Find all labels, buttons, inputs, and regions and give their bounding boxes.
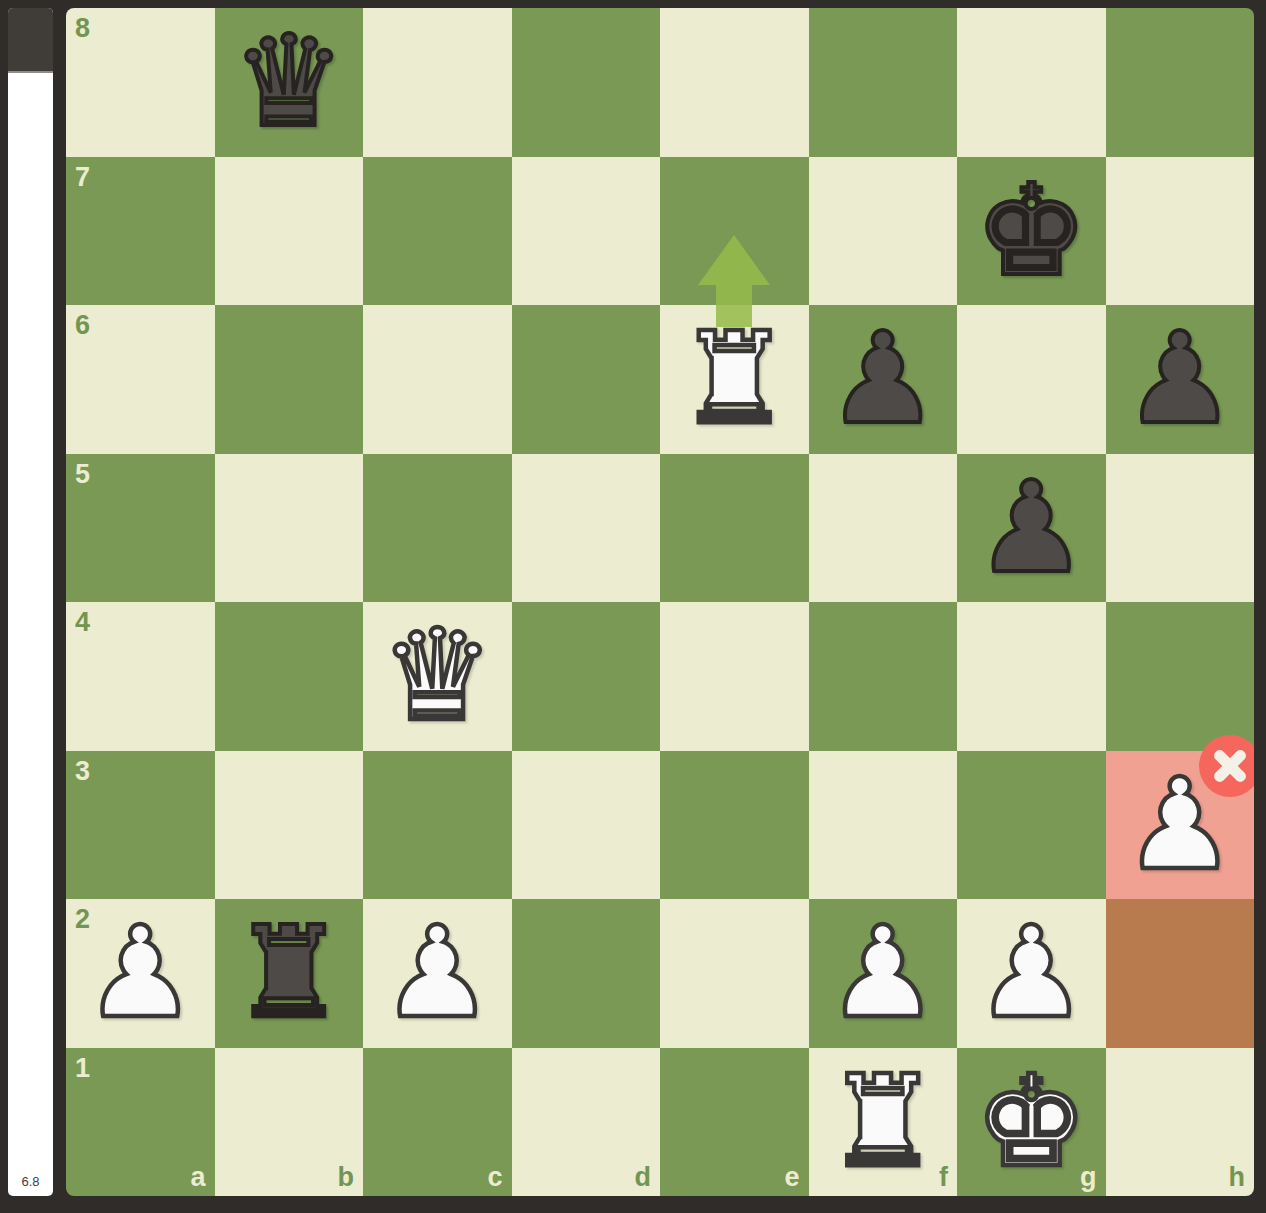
black-king[interactable]: ♚: [957, 157, 1106, 306]
file-coord-g: g: [1080, 1164, 1097, 1191]
square-f6[interactable]: ♟: [809, 305, 958, 454]
white-pawn[interactable]: ♟: [809, 899, 958, 1048]
square-d1[interactable]: d: [512, 1048, 661, 1197]
square-h6[interactable]: ♟: [1106, 305, 1255, 454]
square-f2[interactable]: ♟: [809, 899, 958, 1048]
square-f3[interactable]: [809, 751, 958, 900]
file-coord-a: a: [190, 1164, 205, 1191]
square-g2[interactable]: ♟: [957, 899, 1106, 1048]
rank-coord-7: 7: [75, 164, 90, 191]
black-pawn[interactable]: ♟: [957, 454, 1106, 603]
square-e2[interactable]: [660, 899, 809, 1048]
square-h1[interactable]: h: [1106, 1048, 1255, 1197]
square-b3[interactable]: [215, 751, 364, 900]
square-h4[interactable]: [1106, 602, 1255, 751]
square-d6[interactable]: [512, 305, 661, 454]
eval-black-section: [8, 8, 53, 73]
square-c2[interactable]: ♟: [363, 899, 512, 1048]
square-g1[interactable]: g♚: [957, 1048, 1106, 1197]
white-rook[interactable]: ♜: [809, 1048, 958, 1197]
square-e6[interactable]: ♜: [660, 305, 809, 454]
square-a5[interactable]: 5: [66, 454, 215, 603]
square-c7[interactable]: [363, 157, 512, 306]
square-d8[interactable]: [512, 8, 661, 157]
rank-coord-3: 3: [75, 758, 90, 785]
white-rook[interactable]: ♜: [660, 305, 809, 454]
file-coord-h: h: [1229, 1164, 1246, 1191]
white-pawn[interactable]: ♟: [957, 899, 1106, 1048]
square-f4[interactable]: [809, 602, 958, 751]
square-e4[interactable]: [660, 602, 809, 751]
black-pawn[interactable]: ♟: [809, 305, 958, 454]
square-g6[interactable]: [957, 305, 1106, 454]
black-rook[interactable]: ♜: [215, 899, 364, 1048]
square-g8[interactable]: [957, 8, 1106, 157]
square-b8[interactable]: ♛: [215, 8, 364, 157]
file-coord-c: c: [487, 1164, 502, 1191]
white-queen[interactable]: ♛: [363, 602, 512, 751]
square-g5[interactable]: ♟: [957, 454, 1106, 603]
square-a3[interactable]: 3: [66, 751, 215, 900]
rank-coord-6: 6: [75, 312, 90, 339]
square-d3[interactable]: [512, 751, 661, 900]
square-a4[interactable]: 4: [66, 602, 215, 751]
square-g3[interactable]: [957, 751, 1106, 900]
file-coord-f: f: [939, 1164, 948, 1191]
file-coord-d: d: [635, 1164, 652, 1191]
square-h5[interactable]: [1106, 454, 1255, 603]
square-b7[interactable]: [215, 157, 364, 306]
square-f5[interactable]: [809, 454, 958, 603]
square-b6[interactable]: [215, 305, 364, 454]
square-f1[interactable]: f♜: [809, 1048, 958, 1197]
square-b1[interactable]: b: [215, 1048, 364, 1197]
black-queen[interactable]: ♛: [215, 8, 364, 157]
rank-coord-5: 5: [75, 461, 90, 488]
square-c8[interactable]: [363, 8, 512, 157]
square-g7[interactable]: ♚: [957, 157, 1106, 306]
square-e3[interactable]: [660, 751, 809, 900]
square-d7[interactable]: [512, 157, 661, 306]
rank-coord-1: 1: [75, 1055, 90, 1082]
square-c3[interactable]: [363, 751, 512, 900]
square-d4[interactable]: [512, 602, 661, 751]
rank-coord-2: 2: [75, 906, 90, 933]
rank-coord-8: 8: [75, 15, 90, 42]
square-e1[interactable]: e: [660, 1048, 809, 1197]
square-e5[interactable]: [660, 454, 809, 603]
square-b5[interactable]: [215, 454, 364, 603]
square-h2[interactable]: [1106, 899, 1255, 1048]
eval-score: 6.8: [8, 1174, 53, 1189]
rank-coord-4: 4: [75, 609, 90, 636]
evaluation-bar: 6.8: [8, 8, 53, 1196]
square-g4[interactable]: [957, 602, 1106, 751]
square-c4[interactable]: ♛: [363, 602, 512, 751]
square-c5[interactable]: [363, 454, 512, 603]
square-c6[interactable]: [363, 305, 512, 454]
square-a8[interactable]: 8: [66, 8, 215, 157]
square-e7[interactable]: [660, 157, 809, 306]
square-h8[interactable]: [1106, 8, 1255, 157]
file-coord-e: e: [784, 1164, 799, 1191]
chess-board[interactable]: 8♛7♚6♜♟♟5♟4♛3♟2♟♜♟♟♟1abcdef♜g♚h: [66, 8, 1254, 1196]
square-c1[interactable]: c: [363, 1048, 512, 1197]
square-e8[interactable]: [660, 8, 809, 157]
square-a1[interactable]: 1a: [66, 1048, 215, 1197]
square-a7[interactable]: 7: [66, 157, 215, 306]
file-coord-b: b: [338, 1164, 355, 1191]
white-pawn[interactable]: ♟: [363, 899, 512, 1048]
square-b4[interactable]: [215, 602, 364, 751]
square-d5[interactable]: [512, 454, 661, 603]
square-f8[interactable]: [809, 8, 958, 157]
square-b2[interactable]: ♜: [215, 899, 364, 1048]
square-a2[interactable]: 2♟: [66, 899, 215, 1048]
square-f7[interactable]: [809, 157, 958, 306]
square-d2[interactable]: [512, 899, 661, 1048]
black-pawn[interactable]: ♟: [1106, 305, 1255, 454]
square-h7[interactable]: [1106, 157, 1255, 306]
square-a6[interactable]: 6: [66, 305, 215, 454]
square-h3[interactable]: ♟: [1106, 751, 1255, 900]
miss-classification-x-icon: [1199, 735, 1254, 797]
